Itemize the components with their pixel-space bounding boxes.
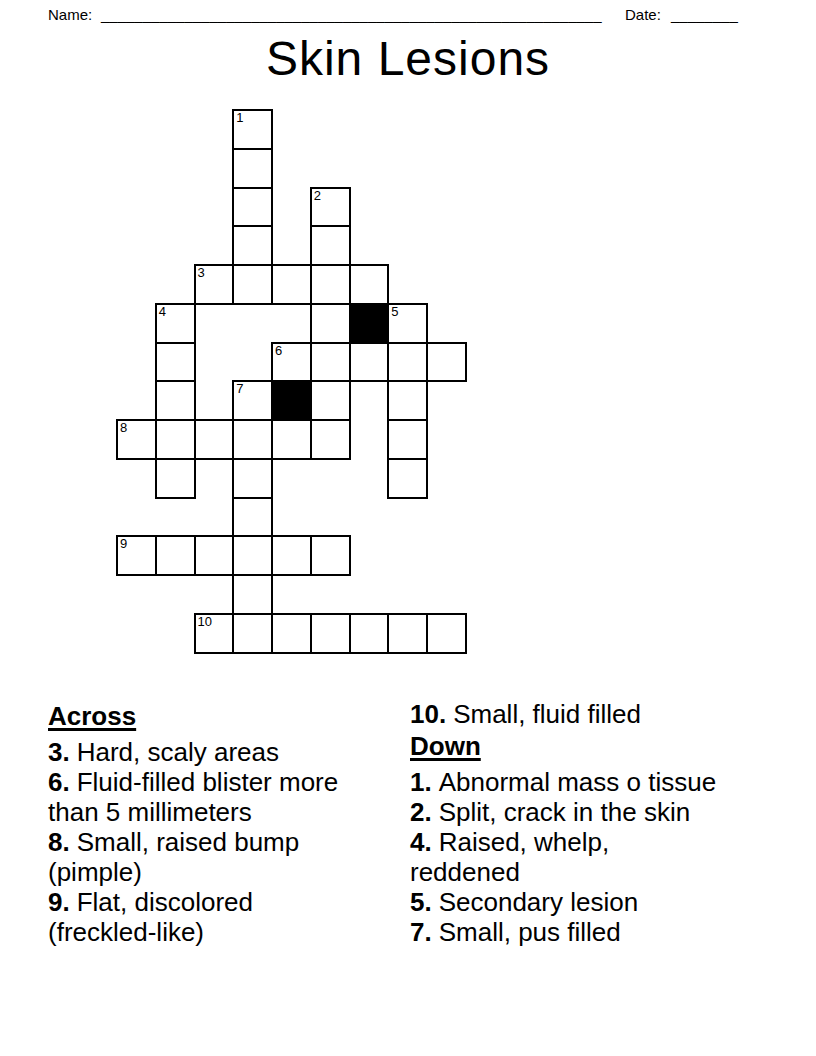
grid-cell-r6c1[interactable]	[155, 342, 196, 383]
grid-cell-r12c3[interactable]	[232, 574, 273, 615]
cell-number-4: 4	[159, 305, 166, 319]
grid-cell-r5c5[interactable]	[310, 303, 351, 344]
clue-7: 7.Small, pus filled	[410, 917, 782, 947]
clue-text: Small, raised bump (pimple)	[48, 827, 299, 887]
cell-number-7: 7	[236, 382, 243, 396]
grid-cell-r6c6[interactable]	[349, 342, 390, 383]
clue-number-label: 8.	[48, 827, 70, 857]
grid-cell-r13c6[interactable]	[349, 613, 390, 654]
clue-5: 5.Secondary lesion	[410, 887, 782, 917]
grid-cell-r3c3[interactable]	[232, 225, 273, 266]
name-label: Name:	[48, 6, 92, 24]
grid-cell-r11c0[interactable]: 9	[116, 535, 157, 576]
grid-cell-r8c3[interactable]	[232, 419, 273, 460]
grid-cell-r11c4[interactable]	[271, 535, 312, 576]
grid-cell-r11c1[interactable]	[155, 535, 196, 576]
clue-text: Small, pus filled	[439, 917, 621, 947]
cell-number-3: 3	[198, 266, 205, 280]
clue-number-label: 4.	[410, 827, 432, 857]
date-fill-line: ________	[671, 6, 738, 24]
clue-3: 3.Hard, scaly areas	[48, 737, 400, 767]
grid-cell-r9c3[interactable]	[232, 458, 273, 499]
grid-cell-r13c8[interactable]	[426, 613, 467, 654]
grid-cell-r7c1[interactable]	[155, 380, 196, 421]
clue-6: 6.Fluid-filled blister more than 5 milli…	[48, 767, 400, 827]
black-cell-r5c6	[349, 303, 390, 344]
cell-number-9: 9	[120, 537, 127, 551]
grid-cell-r11c5[interactable]	[310, 535, 351, 576]
clue-text: Fluid-filled blister more than 5 millime…	[48, 767, 338, 827]
grid-cell-r8c5[interactable]	[310, 419, 351, 460]
grid-cell-r4c3[interactable]	[232, 264, 273, 305]
grid-cell-r4c5[interactable]	[310, 264, 351, 305]
clue-text: Small, fluid filled	[453, 699, 641, 729]
clues-column-right: 10.Small, fluid filledDown1.Abnormal mas…	[410, 699, 782, 947]
clue-number-label: 10.	[410, 699, 446, 729]
grid-cell-r5c7[interactable]: 5	[387, 303, 428, 344]
clues-heading-across: Across	[48, 701, 400, 731]
grid-cell-r7c7[interactable]	[387, 380, 428, 421]
grid-cell-r5c1[interactable]: 4	[155, 303, 196, 344]
grid-cell-r8c4[interactable]	[271, 419, 312, 460]
cell-number-6: 6	[275, 344, 282, 358]
cell-number-5: 5	[391, 305, 398, 319]
grid-cell-r10c3[interactable]	[232, 497, 273, 538]
clue-2: 2.Split, crack in the skin	[410, 797, 782, 827]
crossword-grid: 12345678910	[117, 110, 468, 655]
page-title: Skin Lesions	[0, 31, 816, 87]
clue-number-label: 3.	[48, 737, 70, 767]
grid-cell-r9c1[interactable]	[155, 458, 196, 499]
name-fill-line: ________________________________________…	[101, 6, 602, 24]
grid-cell-r0c3[interactable]: 1	[232, 109, 273, 150]
grid-cell-r11c3[interactable]	[232, 535, 273, 576]
clue-10: 10.Small, fluid filled	[410, 699, 782, 729]
grid-cell-r7c3[interactable]: 7	[232, 380, 273, 421]
grid-cell-r6c4[interactable]: 6	[271, 342, 312, 383]
clue-8: 8.Small, raised bump (pimple)	[48, 827, 400, 887]
grid-cell-r2c3[interactable]	[232, 187, 273, 228]
clue-number-label: 1.	[410, 767, 432, 797]
grid-cell-r4c4[interactable]	[271, 264, 312, 305]
clue-text: Secondary lesion	[439, 887, 638, 917]
cell-number-8: 8	[120, 421, 127, 435]
grid-cell-r13c7[interactable]	[387, 613, 428, 654]
clue-number-label: 7.	[410, 917, 432, 947]
clue-text: Flat, discolored (freckled-like)	[48, 887, 253, 947]
clue-1: 1.Abnormal mass o tissue	[410, 767, 782, 797]
clue-4: 4.Raised, whelp, reddened	[410, 827, 782, 887]
clue-9: 9.Flat, discolored (freckled-like)	[48, 887, 400, 947]
clue-text: Hard, scaly areas	[77, 737, 279, 767]
grid-cell-r6c7[interactable]	[387, 342, 428, 383]
clue-text: Abnormal mass o tissue	[439, 767, 716, 797]
cell-number-10: 10	[198, 615, 212, 629]
grid-cell-r3c5[interactable]	[310, 225, 351, 266]
clue-number-label: 9.	[48, 887, 70, 917]
grid-cell-r4c2[interactable]: 3	[194, 264, 235, 305]
cell-number-2: 2	[314, 189, 321, 203]
grid-cell-r13c5[interactable]	[310, 613, 351, 654]
grid-cell-r11c2[interactable]	[194, 535, 235, 576]
grid-cell-r8c2[interactable]	[194, 419, 235, 460]
grid-cell-r13c2[interactable]: 10	[194, 613, 235, 654]
clue-text: Raised, whelp, reddened	[410, 827, 609, 887]
grid-cell-r6c8[interactable]	[426, 342, 467, 383]
grid-cell-r13c4[interactable]	[271, 613, 312, 654]
grid-cell-r8c0[interactable]: 8	[116, 419, 157, 460]
clue-number-label: 2.	[410, 797, 432, 827]
grid-cell-r1c3[interactable]	[232, 148, 273, 189]
grid-cell-r8c7[interactable]	[387, 419, 428, 460]
clue-number-label: 5.	[410, 887, 432, 917]
grid-cell-r6c5[interactable]	[310, 342, 351, 383]
worksheet-page: Name: __________________________________…	[0, 0, 816, 1056]
grid-cell-r4c6[interactable]	[349, 264, 390, 305]
grid-cell-r9c7[interactable]	[387, 458, 428, 499]
date-label: Date:	[625, 6, 661, 24]
clue-number-label: 6.	[48, 767, 70, 797]
grid-cell-r2c5[interactable]: 2	[310, 187, 351, 228]
clues-heading-down: Down	[410, 731, 782, 761]
cell-number-1: 1	[236, 111, 243, 125]
grid-cell-r13c3[interactable]	[232, 613, 273, 654]
grid-cell-r8c1[interactable]	[155, 419, 196, 460]
grid-cell-r7c5[interactable]	[310, 380, 351, 421]
clue-text: Split, crack in the skin	[439, 797, 690, 827]
clues-column-left: Across3.Hard, scaly areas6.Fluid-filled …	[48, 699, 400, 947]
black-cell-r7c4	[271, 380, 312, 421]
